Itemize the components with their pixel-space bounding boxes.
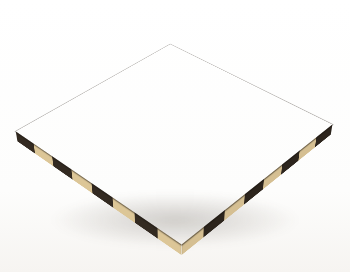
photo-scene — [0, 0, 350, 272]
